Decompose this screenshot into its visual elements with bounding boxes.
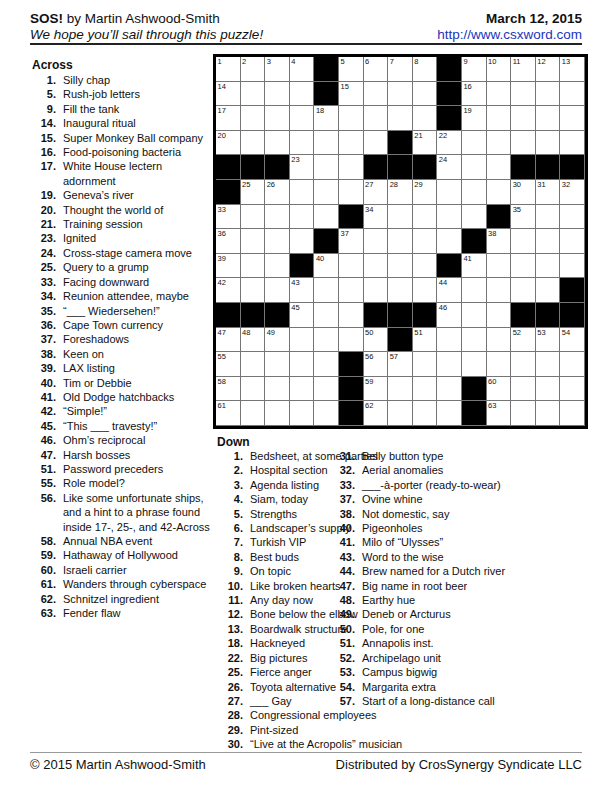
cell-number: 8 [414, 58, 418, 66]
grid-cell[interactable]: 22 [437, 131, 462, 156]
grid-cell[interactable] [536, 131, 561, 156]
grid-cell[interactable] [413, 401, 438, 426]
black-cell [487, 205, 512, 230]
grid-cell[interactable]: 47 [216, 328, 241, 353]
grid-cell[interactable]: 41 [462, 254, 487, 279]
grid-cell[interactable]: 32 [560, 180, 585, 205]
clue-text: Geneva’s river [63, 188, 215, 202]
clue-number: 8. [217, 550, 243, 564]
grid-cell[interactable]: 18 [314, 106, 339, 131]
clue-item: 36.Cape Town currency [30, 318, 218, 332]
clue-text: Harsh bosses [63, 448, 215, 462]
grid-cell[interactable] [364, 131, 389, 156]
grid-cell[interactable] [265, 377, 290, 402]
grid-cell[interactable] [487, 352, 512, 377]
grid-cell[interactable] [536, 254, 561, 279]
grid-cell[interactable]: 60 [487, 377, 512, 402]
grid-cell[interactable]: 55 [216, 352, 241, 377]
black-cell [314, 82, 339, 107]
grid-cell[interactable] [560, 254, 585, 279]
clue-number: 54. [329, 680, 355, 694]
cell-number: 51 [414, 329, 422, 337]
website-link[interactable]: http://www.csxword.com [437, 27, 582, 42]
grid-cell[interactable]: 8 [413, 57, 438, 82]
cell-number: 10 [488, 58, 496, 66]
grid-cell[interactable]: 9 [462, 57, 487, 82]
clue-text: LAX listing [63, 361, 215, 375]
grid-cell[interactable]: 40 [314, 254, 339, 279]
clue-text: Facing downward [63, 275, 215, 289]
black-cell [413, 303, 438, 328]
grid-cell[interactable] [487, 278, 512, 303]
clue-text: Fender flaw [63, 606, 215, 620]
grid-cell[interactable]: 23 [290, 155, 315, 180]
grid-cell[interactable]: 12 [536, 57, 561, 82]
grid-cell[interactable] [437, 377, 462, 402]
black-cell [388, 155, 413, 180]
distribution-text: Distributed by CrosSynergy Syndicate LLC [336, 757, 582, 772]
grid-cell[interactable]: 48 [241, 328, 266, 353]
clue-item: 23.Ignited [30, 231, 218, 245]
clue-number: 42. [30, 404, 56, 418]
cell-number: 16 [463, 83, 471, 91]
grid-cell[interactable] [388, 106, 413, 131]
grid-cell[interactable]: 13 [560, 57, 585, 82]
grid-cell[interactable] [487, 131, 512, 156]
clue-item: 51.Password preceders [30, 462, 218, 476]
grid-cell[interactable] [560, 106, 585, 131]
grid-cell[interactable] [265, 205, 290, 230]
grid-cell[interactable] [314, 303, 339, 328]
crossword-grid: 1234567891011121314151617181920212223242… [213, 54, 588, 429]
grid-cell[interactable]: 56 [364, 352, 389, 377]
grid-cell[interactable] [241, 229, 266, 254]
clue-text: Annual NBA event [63, 534, 215, 548]
grid-cell[interactable]: 61 [216, 401, 241, 426]
grid-cell[interactable] [290, 82, 315, 107]
grid-cell[interactable] [536, 82, 561, 107]
grid-cell[interactable] [413, 278, 438, 303]
grid-cell[interactable] [536, 106, 561, 131]
clue-number: 47. [329, 579, 355, 593]
clue-text: Hathaway of Hollywood [63, 548, 215, 562]
grid-cell[interactable] [536, 377, 561, 402]
grid-cell[interactable] [536, 352, 561, 377]
cell-number: 5 [340, 58, 344, 66]
clue-item: 21.Training session [30, 217, 218, 231]
grid-cell[interactable] [314, 131, 339, 156]
grid-cell[interactable] [265, 131, 290, 156]
grid-cell[interactable] [265, 82, 290, 107]
cell-number: 60 [488, 378, 496, 386]
grid-cell[interactable] [511, 401, 536, 426]
black-cell [241, 155, 266, 180]
clue-item: 54.Margarita extra [329, 680, 539, 694]
clue-text: Fill the tank [63, 102, 215, 116]
grid-cell[interactable] [339, 131, 364, 156]
grid-cell[interactable]: 10 [487, 57, 512, 82]
grid-cell[interactable]: 44 [437, 278, 462, 303]
black-cell [216, 180, 241, 205]
grid-cell[interactable] [290, 377, 315, 402]
clue-text: Belly button type [362, 449, 539, 463]
grid-cell[interactable] [241, 82, 266, 107]
grid-cell[interactable] [437, 401, 462, 426]
grid-cell[interactable] [487, 303, 512, 328]
grid-cell[interactable] [388, 229, 413, 254]
clue-number: 1. [217, 449, 243, 463]
grid-cell[interactable] [560, 377, 585, 402]
grid-cell[interactable] [511, 352, 536, 377]
grid-cell[interactable] [241, 254, 266, 279]
grid-cell[interactable] [388, 205, 413, 230]
clue-number: 61. [30, 577, 56, 591]
grid-cell[interactable] [511, 229, 536, 254]
grid-cell[interactable]: 42 [216, 278, 241, 303]
clue-text: “Simple!” [63, 404, 215, 418]
grid-cell[interactable]: 4 [290, 57, 315, 82]
black-cell [388, 328, 413, 353]
grid-cell[interactable] [462, 328, 487, 353]
clue-number: 25. [217, 665, 243, 679]
grid-cell[interactable]: 59 [364, 377, 389, 402]
grid-cell[interactable]: 29 [413, 180, 438, 205]
grid-cell[interactable] [413, 106, 438, 131]
grid-cell[interactable] [511, 131, 536, 156]
grid-cell[interactable]: 27 [364, 180, 389, 205]
grid-cell[interactable] [437, 352, 462, 377]
grid-cell[interactable] [339, 180, 364, 205]
grid-cell[interactable]: 14 [216, 82, 241, 107]
clue-item: 50.Pole, for one [329, 622, 539, 636]
grid-cell[interactable] [314, 205, 339, 230]
grid-cell[interactable] [462, 131, 487, 156]
grid-cell[interactable] [388, 377, 413, 402]
cell-number: 38 [488, 230, 496, 238]
grid-cell[interactable] [290, 352, 315, 377]
grid-cell[interactable] [388, 254, 413, 279]
clue-item: 61.Wanders through cyberspace [30, 577, 218, 591]
cell-number: 44 [439, 279, 447, 287]
grid-cell[interactable] [265, 401, 290, 426]
grid-cell[interactable] [462, 180, 487, 205]
grid-cell[interactable]: 57 [388, 352, 413, 377]
grid-cell[interactable] [314, 328, 339, 353]
grid-cell[interactable]: 34 [364, 205, 389, 230]
grid-cell[interactable] [462, 303, 487, 328]
grid-cell[interactable] [290, 106, 315, 131]
clue-number: 33. [30, 275, 56, 289]
cell-number: 34 [365, 206, 373, 214]
grid-cell[interactable] [560, 82, 585, 107]
clue-text: Foreshadows [63, 332, 215, 346]
clue-item: 16.Food-poisoning bacteria [30, 145, 218, 159]
grid-cell[interactable] [560, 401, 585, 426]
grid-cell[interactable] [241, 205, 266, 230]
grid-cell[interactable] [241, 352, 266, 377]
clue-number: 58. [30, 534, 56, 548]
clue-number: 5. [30, 87, 56, 101]
black-cell [216, 303, 241, 328]
cell-number: 13 [562, 58, 570, 66]
clue-item: 24.Cross-stage camera move [30, 246, 218, 260]
grid-cell[interactable]: 52 [511, 328, 536, 353]
grid-cell[interactable] [241, 401, 266, 426]
clue-text: “___ Wiedersehen!” [63, 304, 215, 318]
grid-cell[interactable]: 46 [437, 303, 462, 328]
grid-cell[interactable]: 53 [536, 328, 561, 353]
grid-cell[interactable]: 35 [511, 205, 536, 230]
grid-cell[interactable]: 15 [339, 82, 364, 107]
grid-cell[interactable]: 17 [216, 106, 241, 131]
clue-item: 30.“Live at the Acropolis” musician [217, 737, 422, 751]
clue-number: 37. [329, 492, 355, 506]
clue-item: 31.Belly button type [329, 449, 539, 463]
black-cell [511, 155, 536, 180]
grid-cell[interactable]: 39 [216, 254, 241, 279]
grid-cell[interactable] [314, 180, 339, 205]
clue-number: 51. [30, 462, 56, 476]
grid-cell[interactable]: 31 [536, 180, 561, 205]
grid-cell[interactable] [437, 229, 462, 254]
cell-number: 58 [218, 378, 226, 386]
grid-cell[interactable] [536, 401, 561, 426]
grid-cell[interactable] [265, 352, 290, 377]
grid-cell[interactable] [241, 377, 266, 402]
clue-number: 55. [30, 476, 56, 490]
clue-number: 39. [30, 361, 56, 375]
grid-cell[interactable] [413, 82, 438, 107]
grid-cell[interactable] [364, 82, 389, 107]
grid-cell[interactable] [339, 254, 364, 279]
cell-number: 45 [291, 304, 299, 312]
grid-cell[interactable] [265, 278, 290, 303]
clue-number: 40. [329, 521, 355, 535]
grid-cell[interactable] [290, 229, 315, 254]
black-cell [560, 278, 585, 303]
cell-number: 63 [488, 402, 496, 410]
grid-cell[interactable]: 25 [241, 180, 266, 205]
clue-item: 55.Role model? [30, 476, 218, 490]
header-divider [30, 43, 582, 45]
clue-item: 52.Archipelago unit [329, 651, 539, 665]
grid-cell[interactable] [560, 229, 585, 254]
grid-cell[interactable] [560, 131, 585, 156]
cell-number: 4 [291, 58, 295, 66]
clue-item: 32.Aerial anomalies [329, 463, 539, 477]
grid-cell[interactable]: 26 [265, 180, 290, 205]
clue-number: 11. [217, 593, 243, 607]
grid-cell[interactable] [511, 82, 536, 107]
cell-number: 50 [365, 329, 373, 337]
clue-item: 14.Inaugural ritual [30, 116, 218, 130]
grid-cell[interactable] [511, 377, 536, 402]
grid-cell[interactable] [511, 254, 536, 279]
grid-cell[interactable] [314, 278, 339, 303]
grid-cell[interactable]: 30 [511, 180, 536, 205]
grid-cell[interactable] [241, 278, 266, 303]
grid-cell[interactable]: 54 [560, 328, 585, 353]
clue-text: Word to the wise [362, 550, 539, 564]
grid-cell[interactable] [241, 106, 266, 131]
grid-cell[interactable] [314, 352, 339, 377]
grid-cell[interactable] [462, 352, 487, 377]
grid-cell[interactable]: 16 [462, 82, 487, 107]
grid-cell[interactable]: 3 [265, 57, 290, 82]
clue-number: 45. [30, 419, 56, 433]
clue-text: Super Monkey Ball company [63, 131, 215, 145]
grid-cell[interactable]: 62 [364, 401, 389, 426]
grid-cell[interactable]: 7 [388, 57, 413, 82]
grid-cell[interactable] [265, 106, 290, 131]
grid-cell[interactable] [462, 155, 487, 180]
clue-item: 44.Brew named for a Dutch river [329, 564, 539, 578]
grid-cell[interactable]: 37 [339, 229, 364, 254]
grid-cell[interactable] [290, 401, 315, 426]
clue-item: 20.Thought the world of [30, 203, 218, 217]
clue-text: Ovine whine [362, 492, 539, 506]
grid-cell[interactable] [413, 205, 438, 230]
grid-cell[interactable] [364, 278, 389, 303]
grid-cell[interactable] [511, 106, 536, 131]
grid-cell[interactable] [265, 229, 290, 254]
header-left: SOS! by Martin Ashwood-Smith We hope you… [30, 11, 263, 43]
grid-cell[interactable] [511, 278, 536, 303]
grid-cell[interactable]: 6 [364, 57, 389, 82]
clue-text: Pint-sized [250, 723, 422, 737]
grid-cell[interactable] [339, 328, 364, 353]
clue-number: 43. [329, 550, 355, 564]
grid-cell[interactable] [290, 205, 315, 230]
grid-cell[interactable]: 20 [216, 131, 241, 156]
grid-cell[interactable] [388, 278, 413, 303]
grid-cell[interactable] [487, 254, 512, 279]
cell-number: 52 [513, 329, 521, 337]
clue-number: 5. [217, 507, 243, 521]
grid-cell[interactable]: 58 [216, 377, 241, 402]
clue-item: 51.Annapolis inst. [329, 636, 539, 650]
grid-cell[interactable] [487, 155, 512, 180]
clue-number: 36. [30, 318, 56, 332]
grid-cell[interactable] [536, 278, 561, 303]
grid-cell[interactable] [388, 401, 413, 426]
grid-cell[interactable] [413, 352, 438, 377]
grid-cell[interactable] [487, 106, 512, 131]
clue-item: 29.Pint-sized [217, 723, 422, 737]
clue-number: 2. [217, 463, 243, 477]
clue-item: 42.“Simple!” [30, 404, 218, 418]
cell-number: 30 [513, 181, 521, 189]
grid-cell[interactable]: 33 [216, 205, 241, 230]
grid-cell[interactable]: 50 [364, 328, 389, 353]
grid-cell[interactable] [413, 254, 438, 279]
clue-item: 28.Congressional employees [217, 708, 422, 722]
grid-cell[interactable] [487, 82, 512, 107]
grid-cell[interactable] [314, 377, 339, 402]
grid-cell[interactable]: 51 [413, 328, 438, 353]
grid-cell[interactable]: 49 [265, 328, 290, 353]
grid-cell[interactable]: 38 [487, 229, 512, 254]
grid-cell[interactable] [536, 205, 561, 230]
grid-cell[interactable] [413, 377, 438, 402]
grid-cell[interactable] [437, 205, 462, 230]
grid-cell[interactable] [437, 180, 462, 205]
grid-cell[interactable]: 1 [216, 57, 241, 82]
grid-cell[interactable]: 5 [339, 57, 364, 82]
grid-cell[interactable]: 45 [290, 303, 315, 328]
cell-number: 42 [218, 279, 226, 287]
grid-cell[interactable] [339, 303, 364, 328]
grid-cell[interactable] [339, 106, 364, 131]
grid-cell[interactable]: 63 [487, 401, 512, 426]
clue-number: 56. [30, 491, 56, 534]
grid-cell[interactable] [462, 205, 487, 230]
cell-number: 39 [218, 255, 226, 263]
grid-cell[interactable] [339, 278, 364, 303]
grid-cell[interactable] [314, 155, 339, 180]
clue-number: 48. [329, 593, 355, 607]
black-cell [216, 155, 241, 180]
grid-cell[interactable] [364, 229, 389, 254]
clue-number: 50. [329, 622, 355, 636]
clue-text: Query to a grump [63, 260, 215, 274]
grid-cell[interactable] [290, 131, 315, 156]
grid-cell[interactable]: 24 [437, 155, 462, 180]
grid-cell[interactable]: 11 [511, 57, 536, 82]
grid-cell[interactable] [462, 278, 487, 303]
grid-cell[interactable] [560, 352, 585, 377]
grid-cell[interactable] [560, 205, 585, 230]
grid-cell[interactable]: 21 [413, 131, 438, 156]
clue-text: Role model? [63, 476, 215, 490]
clue-item: 62.Schnitzel ingredient [30, 592, 218, 606]
footer-divider [30, 752, 582, 753]
grid-cell[interactable] [364, 254, 389, 279]
grid-cell[interactable] [437, 328, 462, 353]
clue-text: ___-à-porter (ready-to-wear) [362, 478, 539, 492]
grid-cell[interactable] [388, 82, 413, 107]
grid-cell[interactable] [413, 229, 438, 254]
grid-cell[interactable] [536, 229, 561, 254]
cell-number: 37 [340, 230, 348, 238]
grid-cell[interactable] [241, 131, 266, 156]
clue-number: 20. [30, 203, 56, 217]
clue-text: Inaugural ritual [63, 116, 215, 130]
grid-cell[interactable] [339, 155, 364, 180]
clue-text: Password preceders [63, 462, 215, 476]
grid-cell[interactable]: 19 [462, 106, 487, 131]
grid-cell[interactable]: 43 [290, 278, 315, 303]
cell-number: 35 [513, 206, 521, 214]
grid-cell[interactable]: 2 [241, 57, 266, 82]
grid-cell[interactable] [290, 328, 315, 353]
clue-number: 7. [217, 535, 243, 549]
clue-number: 21. [30, 217, 56, 231]
grid-cell[interactable] [265, 254, 290, 279]
grid-cell[interactable] [487, 328, 512, 353]
grid-cell[interactable] [487, 180, 512, 205]
grid-cell[interactable]: 36 [216, 229, 241, 254]
clue-item: 45.“This ___ travesty!” [30, 419, 218, 433]
grid-cell[interactable] [290, 180, 315, 205]
clue-item: 57.Start of a long-distance call [329, 694, 539, 708]
clue-number: 51. [329, 636, 355, 650]
black-cell [339, 205, 364, 230]
grid-cell[interactable] [314, 401, 339, 426]
cell-number: 3 [267, 58, 271, 66]
grid-cell[interactable]: 28 [388, 180, 413, 205]
grid-cell[interactable] [364, 106, 389, 131]
